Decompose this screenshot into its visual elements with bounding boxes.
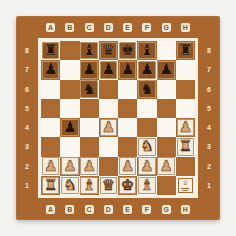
rank-label-8: 8 — [198, 41, 220, 60]
piece-glyph: ♜ — [44, 178, 57, 193]
piece-glyph: ♝ — [82, 43, 95, 58]
square-h7[interactable] — [176, 60, 195, 79]
square-e7[interactable]: ♟ — [118, 60, 137, 79]
square-a1[interactable]: ♜ — [41, 176, 60, 195]
black-pawn-d7[interactable]: ♟ — [100, 61, 118, 79]
square-e3[interactable] — [118, 137, 137, 156]
square-a7[interactable]: ♟ — [41, 60, 60, 79]
rank-labels-left: 87654321 — [16, 41, 38, 195]
rank-label-6: 6 — [16, 80, 38, 99]
square-b6[interactable] — [60, 80, 79, 99]
square-f1[interactable]: ♝ — [137, 176, 156, 195]
square-c5[interactable] — [80, 99, 99, 118]
square-d8[interactable]: ♛ — [99, 41, 118, 60]
file-label-a: A — [41, 23, 60, 32]
piece-glyph: ♟ — [63, 120, 76, 135]
square-c8[interactable]: ♝ — [80, 41, 99, 60]
rank-label-6: 6 — [198, 80, 220, 99]
file-label-b: B — [60, 205, 79, 214]
piece-glyph: ♝ — [140, 43, 153, 58]
black-pawn-b4[interactable]: ♟ — [61, 119, 79, 137]
square-g4[interactable] — [157, 118, 176, 137]
square-d5[interactable] — [99, 99, 118, 118]
white-pawn-g2[interactable]: ♟ — [157, 157, 175, 175]
square-f7[interactable]: ♟ — [137, 60, 156, 79]
square-b4[interactable]: ♟ — [60, 118, 79, 137]
white-pawn-h4[interactable]: ♟ — [177, 119, 195, 137]
square-c7[interactable]: ♟ — [80, 60, 99, 79]
file-label-d: D — [99, 205, 118, 214]
square-e6[interactable] — [118, 80, 137, 99]
piece-glyph: ♜ — [179, 43, 192, 58]
square-e8[interactable]: ♚ — [118, 41, 137, 60]
file-label-h: H — [176, 205, 195, 214]
piece-glyph: ♟ — [140, 159, 153, 174]
square-h5[interactable] — [176, 99, 195, 118]
square-f2[interactable]: ♟ — [137, 157, 156, 176]
black-bishop-f8[interactable]: ♝ — [138, 42, 156, 60]
square-h2[interactable] — [176, 157, 195, 176]
logo-text-line — [181, 188, 189, 189]
square-d4[interactable]: ♟ — [99, 118, 118, 137]
rank-label-2: 2 — [198, 157, 220, 176]
black-pawn-c7[interactable]: ♟ — [80, 61, 98, 79]
square-g2[interactable]: ♟ — [157, 157, 176, 176]
file-label-f: F — [137, 23, 156, 32]
square-a3[interactable] — [41, 137, 60, 156]
piece-glyph: ♟ — [82, 159, 95, 174]
square-h4[interactable]: ♟ — [176, 118, 195, 137]
chess-board-grid: ♜♝♛♚♝♜♟♟♟♟♟♟♞♞♟♟♟♞♜♟♟♟♟♟♟♜♞♝♛♚♝♕ — [41, 41, 195, 195]
square-g8[interactable] — [157, 41, 176, 60]
file-label-g: G — [157, 205, 176, 214]
white-bishop-c1[interactable]: ♝ — [80, 177, 98, 195]
rank-label-7: 7 — [198, 60, 220, 79]
piece-glyph: ♛ — [102, 43, 115, 58]
square-a5[interactable] — [41, 99, 60, 118]
black-knight-c6[interactable]: ♞ — [80, 80, 98, 98]
black-knight-f6[interactable]: ♞ — [138, 80, 156, 98]
square-b5[interactable] — [60, 99, 79, 118]
black-bishop-c8[interactable]: ♝ — [80, 42, 98, 60]
square-b2[interactable]: ♟ — [60, 157, 79, 176]
square-b7[interactable] — [60, 60, 79, 79]
square-f8[interactable]: ♝ — [137, 41, 156, 60]
brand-logo: ♕ — [178, 178, 193, 193]
square-a4[interactable] — [41, 118, 60, 137]
black-rook-a8[interactable]: ♜ — [42, 42, 60, 60]
white-rook-a1[interactable]: ♜ — [42, 177, 60, 195]
square-e5[interactable] — [118, 99, 137, 118]
piece-glyph: ♟ — [159, 159, 172, 174]
piece-glyph: ♟ — [121, 62, 134, 77]
square-c2[interactable]: ♟ — [80, 157, 99, 176]
piece-glyph: ♞ — [140, 82, 153, 97]
piece-glyph: ♟ — [102, 62, 115, 77]
crown-icon: ♕ — [182, 180, 188, 187]
rank-label-1: 1 — [198, 176, 220, 195]
square-g7[interactable]: ♟ — [157, 60, 176, 79]
square-f4[interactable] — [137, 118, 156, 137]
piece-glyph: ♟ — [63, 159, 76, 174]
square-e2[interactable]: ♟ — [118, 157, 137, 176]
white-pawn-c2[interactable]: ♟ — [80, 157, 98, 175]
square-a6[interactable] — [41, 80, 60, 99]
file-label-f: F — [137, 205, 156, 214]
piece-glyph: ♞ — [140, 139, 153, 154]
rank-label-1: 1 — [16, 176, 38, 195]
black-queen-d8[interactable]: ♛ — [100, 42, 118, 60]
square-b1[interactable]: ♞ — [60, 176, 79, 195]
square-e1[interactable]: ♚ — [118, 176, 137, 195]
logo-text-line — [182, 190, 188, 191]
white-bishop-f1[interactable]: ♝ — [138, 177, 156, 195]
square-d2[interactable] — [99, 157, 118, 176]
square-g5[interactable] — [157, 99, 176, 118]
square-g6[interactable] — [157, 80, 176, 99]
rank-labels-right: 87654321 — [198, 41, 220, 195]
file-label-d: D — [99, 23, 118, 32]
white-queen-d1[interactable]: ♛ — [100, 177, 118, 195]
piece-glyph: ♟ — [82, 62, 95, 77]
piece-glyph: ♟ — [140, 62, 153, 77]
file-label-e: E — [118, 205, 137, 214]
square-d7[interactable]: ♟ — [99, 60, 118, 79]
piece-glyph: ♚ — [121, 178, 134, 193]
white-pawn-e2[interactable]: ♟ — [119, 157, 137, 175]
square-d3[interactable] — [99, 137, 118, 156]
chess-demo-board: ABCDEFGH ABCDEFGH 87654321 87654321 ♜♝♛♚… — [16, 16, 220, 220]
white-pawn-b2[interactable]: ♟ — [61, 157, 79, 175]
piece-glyph: ♟ — [44, 159, 57, 174]
white-pawn-a2[interactable]: ♟ — [42, 157, 60, 175]
piece-glyph: ♞ — [63, 178, 76, 193]
piece-glyph: ♟ — [121, 159, 134, 174]
square-c1[interactable]: ♝ — [80, 176, 99, 195]
piece-glyph: ♟ — [102, 120, 115, 135]
square-f3[interactable]: ♞ — [137, 137, 156, 156]
rank-label-7: 7 — [16, 60, 38, 79]
white-king-e1[interactable]: ♚ — [119, 177, 137, 195]
square-f6[interactable]: ♞ — [137, 80, 156, 99]
square-h8[interactable]: ♜ — [176, 41, 195, 60]
square-d6[interactable] — [99, 80, 118, 99]
square-b3[interactable] — [60, 137, 79, 156]
square-e4[interactable] — [118, 118, 137, 137]
black-pawn-g7[interactable]: ♟ — [157, 61, 175, 79]
file-label-b: B — [60, 23, 79, 32]
black-pawn-f7[interactable]: ♟ — [138, 61, 156, 79]
file-label-e: E — [118, 23, 137, 32]
rank-label-2: 2 — [16, 157, 38, 176]
white-knight-b1[interactable]: ♞ — [61, 177, 79, 195]
file-label-c: C — [80, 205, 99, 214]
rank-label-4: 4 — [16, 118, 38, 137]
white-rook-h3[interactable]: ♜ — [177, 138, 195, 156]
piece-glyph: ♟ — [159, 62, 172, 77]
square-c4[interactable] — [80, 118, 99, 137]
rank-label-3: 3 — [198, 137, 220, 156]
square-c6[interactable]: ♞ — [80, 80, 99, 99]
white-pawn-d4[interactable]: ♟ — [100, 119, 118, 137]
square-g3[interactable] — [157, 137, 176, 156]
black-pawn-e7[interactable]: ♟ — [119, 61, 137, 79]
square-a2[interactable]: ♟ — [41, 157, 60, 176]
square-h6[interactable] — [176, 80, 195, 99]
file-label-g: G — [157, 23, 176, 32]
black-rook-h8[interactable]: ♜ — [177, 42, 195, 60]
black-king-e8[interactable]: ♚ — [119, 42, 137, 60]
piece-glyph: ♝ — [140, 178, 153, 193]
product-photo: ABCDEFGH ABCDEFGH 87654321 87654321 ♜♝♛♚… — [0, 0, 236, 236]
square-g1[interactable] — [157, 176, 176, 195]
file-labels-bottom: ABCDEFGH — [41, 202, 195, 216]
piece-glyph: ♜ — [44, 43, 57, 58]
rank-label-8: 8 — [16, 41, 38, 60]
rank-label-3: 3 — [16, 137, 38, 156]
white-pawn-f2[interactable]: ♟ — [138, 157, 156, 175]
rank-label-5: 5 — [16, 99, 38, 118]
rank-label-5: 5 — [198, 99, 220, 118]
square-d1[interactable]: ♛ — [99, 176, 118, 195]
rank-label-4: 4 — [198, 118, 220, 137]
file-label-h: H — [176, 23, 195, 32]
square-b8[interactable] — [60, 41, 79, 60]
piece-glyph: ♚ — [121, 43, 134, 58]
square-a8[interactable]: ♜ — [41, 41, 60, 60]
piece-glyph: ♜ — [179, 139, 192, 154]
black-pawn-a7[interactable]: ♟ — [42, 61, 60, 79]
piece-glyph: ♛ — [102, 178, 115, 193]
piece-glyph: ♝ — [82, 178, 95, 193]
piece-glyph: ♟ — [179, 120, 192, 135]
square-h1[interactable]: ♕ — [176, 176, 195, 195]
file-labels-top: ABCDEFGH — [41, 20, 195, 34]
square-c3[interactable] — [80, 137, 99, 156]
square-f5[interactable] — [137, 99, 156, 118]
piece-glyph: ♟ — [44, 62, 57, 77]
white-knight-f3[interactable]: ♞ — [138, 138, 156, 156]
square-h3[interactable]: ♜ — [176, 137, 195, 156]
file-label-c: C — [80, 23, 99, 32]
piece-glyph: ♞ — [82, 82, 95, 97]
file-label-a: A — [41, 205, 60, 214]
